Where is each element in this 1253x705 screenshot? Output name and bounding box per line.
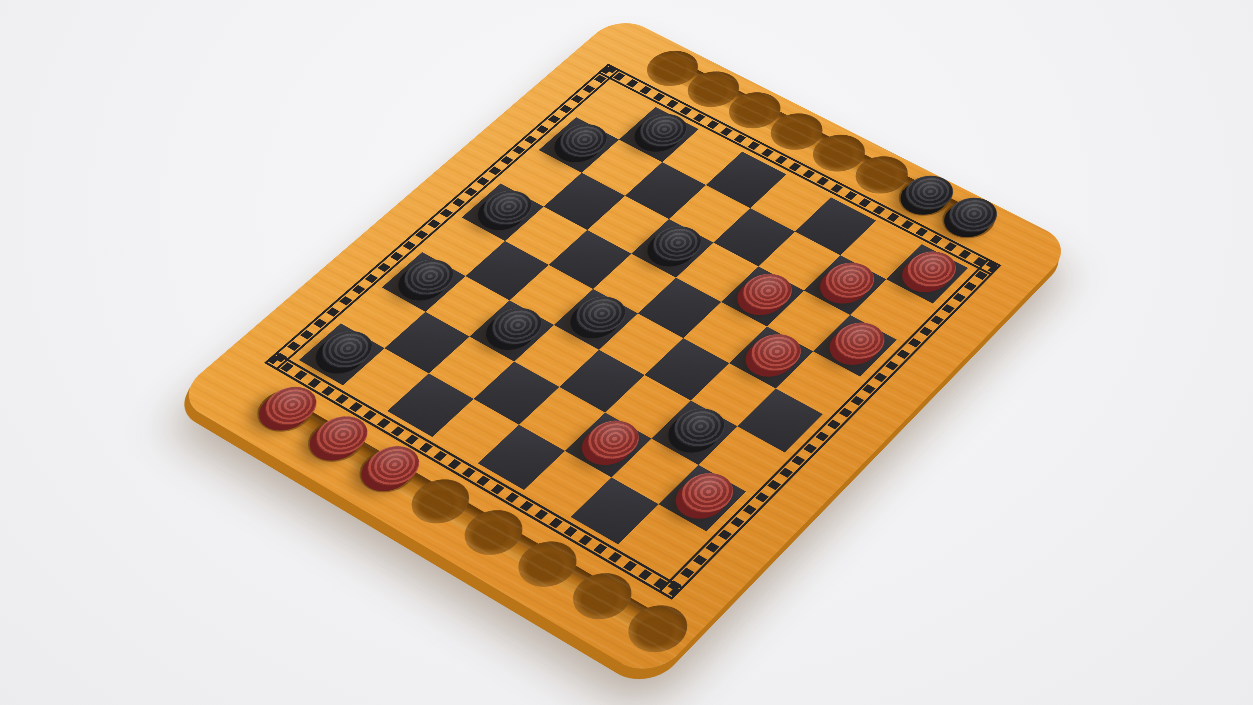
tray-pocket — [637, 44, 709, 93]
tray-pocket — [802, 128, 875, 179]
captured-checker-red[interactable] — [357, 439, 430, 494]
tray-pocket — [506, 533, 588, 596]
tray-pocket — [760, 106, 833, 157]
captured-checker-red[interactable] — [305, 409, 378, 463]
playing-grid — [299, 85, 968, 572]
tray-pocket — [561, 564, 643, 628]
tray-pocket — [719, 85, 791, 135]
checkers-board — [173, 14, 1075, 681]
scene — [0, 0, 1253, 705]
tray-pocket — [453, 502, 534, 564]
tray-pocket — [677, 65, 749, 114]
captured-checker-red[interactable] — [255, 379, 327, 432]
tray-pocket — [400, 471, 481, 532]
tray-pocket — [616, 596, 699, 661]
